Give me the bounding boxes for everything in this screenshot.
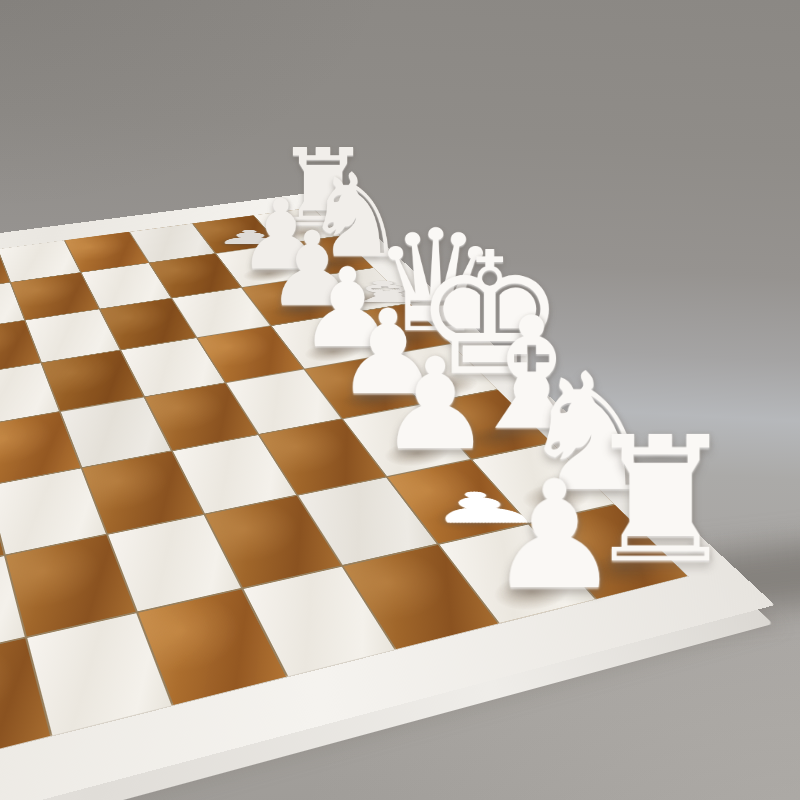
studio-photo-scene: { "game": "chess", "image_type": "studio… — [0, 0, 800, 800]
square-h6 — [27, 613, 172, 735]
board-perspective-scene: ♟♜♟♞♟♝♟♛♟♚♟♝♟♞♟♜ — [0, 0, 775, 605]
piece-white-pawn-h2: ♟ — [487, 467, 597, 605]
chessboard: ♟♜♟♞♟♝♟♛♟♚♟♝♟♞♟♜ — [0, 191, 775, 800]
piece-white-pawn-f2: ♟ — [378, 346, 471, 463]
chessboard-grid: ♟♜♟♞♟♝♟♛♟♚♟♝♟♞♟♜ — [0, 208, 687, 800]
